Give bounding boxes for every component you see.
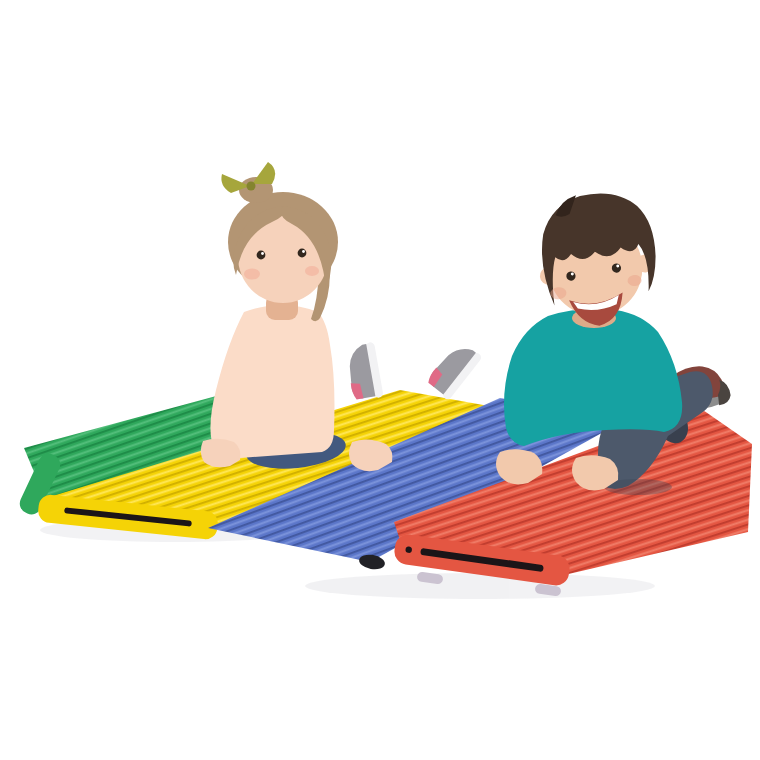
- girl-left-palm: [201, 439, 241, 468]
- boy-torso-shirt: [504, 309, 682, 446]
- girl-left-eye-glint: [261, 252, 264, 255]
- girl-bow-knot: [247, 182, 256, 191]
- girl-right-cheek-blush: [305, 266, 319, 276]
- girl-right-eye-glint: [302, 250, 305, 253]
- scene-svg: [0, 0, 760, 760]
- shadow-center: [305, 573, 655, 599]
- girl-left-hand: [201, 439, 241, 468]
- girl-left-eye: [257, 251, 266, 260]
- girl-right-eye: [298, 249, 307, 258]
- product-photo-canvas: [0, 0, 760, 760]
- girl-left-cheek-blush: [244, 269, 260, 280]
